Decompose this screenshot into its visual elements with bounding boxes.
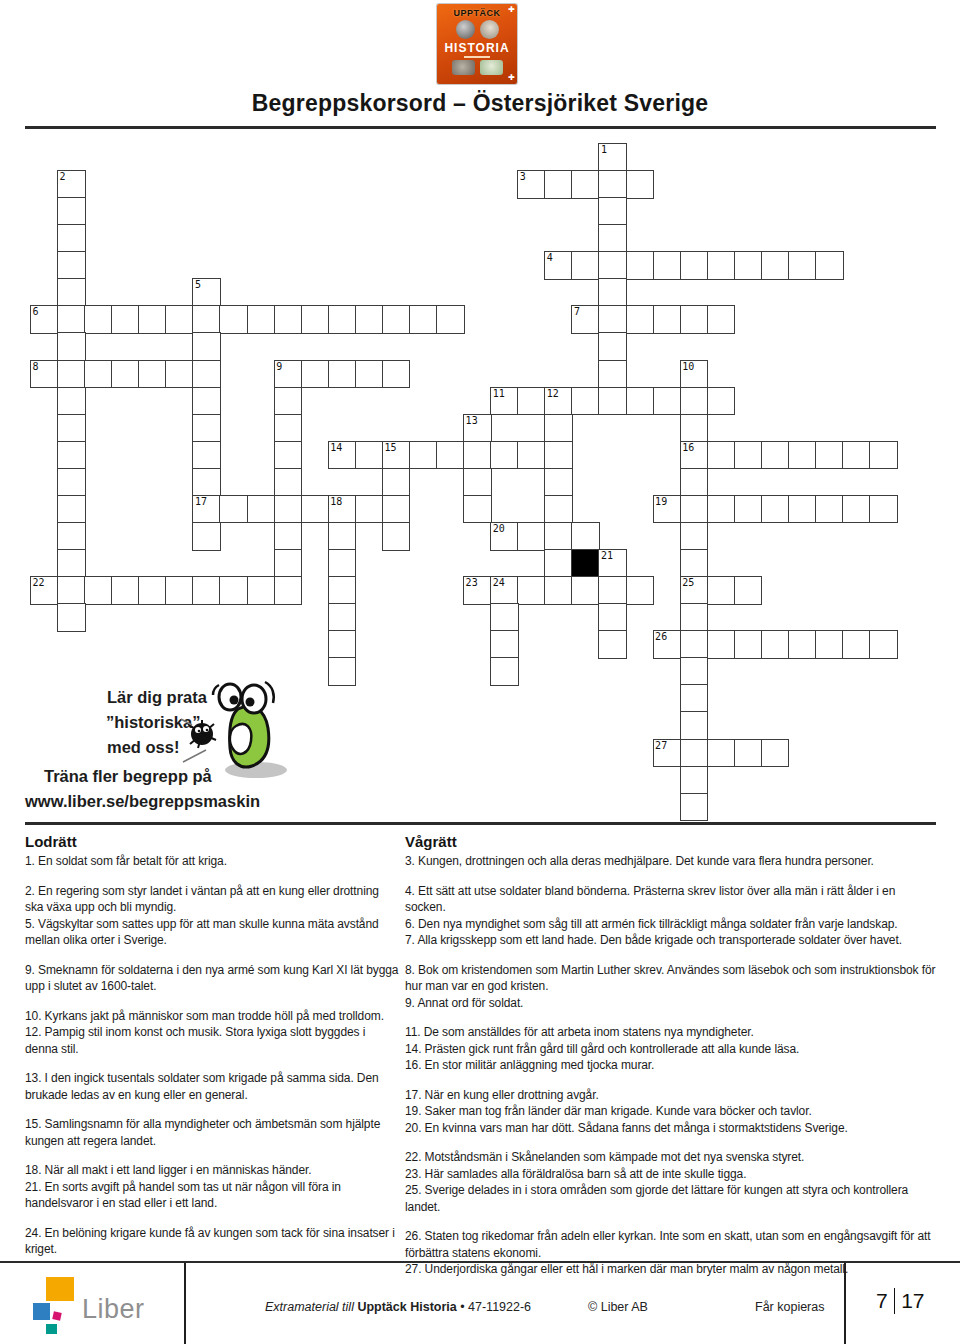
fuzzy-creature <box>188 720 216 748</box>
across-clue-19: 19. Saker man tog från länder där man kr… <box>405 1103 939 1120</box>
down-clue-18: 18. När all makt i ett land ligger i en … <box>25 1162 399 1179</box>
grid-cell[interactable] <box>626 251 655 280</box>
down-clues-header: Lodrätt <box>25 833 77 850</box>
grid-cell[interactable] <box>490 441 519 470</box>
across-clue-27: 27. Underjordiska gångar eller ett hål i… <box>405 1261 939 1278</box>
clue-number-13: 13 <box>466 416 478 426</box>
grid-cell[interactable] <box>192 305 221 334</box>
grid-cell[interactable] <box>869 630 898 659</box>
logo-subtitle-bar <box>464 56 490 58</box>
down-clue-group: 24. En belöning krigare kunde få av kung… <box>25 1225 399 1258</box>
mascot-eye <box>219 684 241 710</box>
grid-cell[interactable] <box>653 387 682 416</box>
grid-cell[interactable] <box>815 630 844 659</box>
clue-number-24: 24 <box>493 578 505 588</box>
grid-cell[interactable] <box>328 576 357 605</box>
clue-number-5: 5 <box>195 280 201 290</box>
down-clue-group: 15. Samlingsnamn för alla myndigheter oc… <box>25 1116 399 1149</box>
grid-cell[interactable] <box>247 495 276 524</box>
grid-cell[interactable] <box>274 522 303 551</box>
across-clue-20: 20. En kvinna vars man har dött. Sådana … <box>405 1120 939 1137</box>
grid-cell[interactable] <box>274 441 303 470</box>
grid-cell[interactable] <box>328 603 357 632</box>
blocked-cell <box>571 549 600 578</box>
grid-cell[interactable] <box>680 630 709 659</box>
logo-photo-icon <box>456 20 475 39</box>
grid-cell[interactable] <box>815 441 844 470</box>
across-clue-list: 3. Kungen, drottningen och alla deras me… <box>405 853 939 1291</box>
cross-mark-icon: ✚ <box>508 6 515 14</box>
grid-cell[interactable] <box>707 441 736 470</box>
clues-divider <box>25 822 936 825</box>
grid-cell[interactable] <box>788 495 817 524</box>
grid-cell[interactable] <box>192 576 221 605</box>
grid-cell[interactable] <box>869 495 898 524</box>
grid-cell[interactable] <box>84 576 113 605</box>
grid-cell[interactable] <box>111 360 140 389</box>
grid-cell[interactable] <box>274 576 303 605</box>
grid-cell[interactable] <box>598 387 627 416</box>
cross-mark-icon: ✚ <box>508 74 515 82</box>
down-clue-10: 10. Kyrkans jakt på människor som man tr… <box>25 1008 399 1025</box>
grid-cell[interactable] <box>707 387 736 416</box>
down-clue-13: 13. I den ingick tusentals soldater som … <box>25 1070 399 1103</box>
grid-cell[interactable] <box>544 495 573 524</box>
liber-logo-yellow-square <box>46 1277 74 1301</box>
grid-cell[interactable] <box>571 522 600 551</box>
grid-cell[interactable] <box>544 576 573 605</box>
grid-cell[interactable] <box>165 360 194 389</box>
across-clue-group: 4. Ett sätt att utse soldater bland bönd… <box>405 883 939 949</box>
grid-cell[interactable] <box>680 522 709 551</box>
grid-cell[interactable] <box>544 549 573 578</box>
grid-cell[interactable] <box>463 495 492 524</box>
grid-cell[interactable] <box>57 387 86 416</box>
grid-cell[interactable] <box>598 332 627 361</box>
footer-license: Får kopieras <box>755 1300 824 1314</box>
page-title: Begreppskorsord – Östersjöriket Sverige <box>0 90 960 117</box>
grid-cell[interactable] <box>571 576 600 605</box>
grid-cell[interactable] <box>869 441 898 470</box>
grid-cell[interactable] <box>111 305 140 334</box>
grid-cell[interactable] <box>626 387 655 416</box>
grid-cell[interactable] <box>57 278 86 307</box>
grid-cell[interactable] <box>680 251 709 280</box>
grid-cell[interactable] <box>57 603 86 632</box>
grid-cell[interactable] <box>626 576 655 605</box>
grid-cell[interactable] <box>544 468 573 497</box>
grid-cell[interactable] <box>138 576 167 605</box>
logo-photo-circles <box>437 20 517 39</box>
grid-cell[interactable] <box>707 495 736 524</box>
across-clue-3: 3. Kungen, drottningen och alla deras me… <box>405 853 939 870</box>
mascot-speech-line3: med oss! <box>107 738 179 757</box>
footer-divider <box>0 1261 960 1263</box>
grid-cell[interactable] <box>571 170 600 199</box>
grid-cell[interactable] <box>57 224 86 253</box>
book-cover-logo: UPPTÄCK HISTORIA ✚ ✚ <box>437 4 517 84</box>
across-clue-9: 9. Annat ord för soldat. <box>405 995 939 1012</box>
grid-cell[interactable] <box>355 305 384 334</box>
across-clue-7: 7. Alla krigsskepp som ett land hade. De… <box>405 932 939 949</box>
grid-cell[interactable] <box>274 387 303 416</box>
across-clue-17: 17. När en kung eller drottning avgår. <box>405 1087 939 1104</box>
grid-cell[interactable] <box>328 657 357 686</box>
grid-cell[interactable] <box>355 360 384 389</box>
grid-cell[interactable] <box>57 251 86 280</box>
across-clue-group: 11. De som anställdes för att arbeta ino… <box>405 1024 939 1074</box>
across-clue-14: 14. Prästen gick runt från gård till går… <box>405 1041 939 1058</box>
grid-cell[interactable] <box>57 414 86 443</box>
grid-cell[interactable] <box>219 495 248 524</box>
across-clue-11: 11. De som anställdes för att arbeta ino… <box>405 1024 939 1041</box>
clue-number-17: 17 <box>195 497 207 507</box>
down-clue-group: 1. En soldat som får betalt för att krig… <box>25 853 399 870</box>
grid-cell[interactable] <box>436 305 465 334</box>
grid-cell[interactable] <box>274 549 303 578</box>
grid-cell[interactable] <box>57 332 86 361</box>
footer-copyright: © Liber AB <box>588 1300 648 1314</box>
grid-cell[interactable] <box>57 576 86 605</box>
grid-cell[interactable] <box>680 603 709 632</box>
grid-cell[interactable] <box>57 305 86 334</box>
grid-cell[interactable] <box>192 387 221 416</box>
across-clue-8: 8. Bok om kristendomen som Martin Luther… <box>405 962 939 995</box>
down-clue-24: 24. En belöning krigare kunde få av kung… <box>25 1225 399 1258</box>
grid-cell[interactable] <box>274 495 303 524</box>
grid-cell[interactable] <box>328 630 357 659</box>
logo-photo-rects <box>437 60 517 75</box>
grid-cell[interactable] <box>707 739 736 768</box>
grid-cell[interactable] <box>355 441 384 470</box>
grid-cell[interactable] <box>598 197 627 226</box>
clue-number-25: 25 <box>682 578 694 588</box>
grid-cell[interactable] <box>517 441 546 470</box>
grid-cell[interactable] <box>598 603 627 632</box>
grid-cell[interactable] <box>680 739 709 768</box>
footer-isbn: • 47-11922-6 <box>457 1300 531 1314</box>
grid-cell[interactable] <box>815 251 844 280</box>
liber-logo-teal-square <box>46 1324 57 1334</box>
down-clue-group: 13. I den ingick tusentals soldater som … <box>25 1070 399 1103</box>
grid-cell[interactable] <box>192 468 221 497</box>
grid-cell[interactable] <box>301 360 330 389</box>
across-clue-group: 22. Motståndsmän i Skånelanden som kämpa… <box>405 1149 939 1215</box>
clue-number-2: 2 <box>60 172 66 182</box>
down-clue-9: 9. Smeknamn för soldaterna i den nya arm… <box>25 962 399 995</box>
logo-series-label: UPPTÄCK <box>437 4 517 18</box>
grid-cell[interactable] <box>761 495 790 524</box>
clue-number-4: 4 <box>547 253 553 263</box>
across-clue-group: 17. När en kung eller drottning avgår.19… <box>405 1087 939 1137</box>
grid-cell[interactable] <box>274 414 303 443</box>
down-clue-group: 18. När all makt i ett land ligger i en … <box>25 1162 399 1212</box>
grid-cell[interactable] <box>842 630 871 659</box>
logo-photo-icon <box>480 60 503 75</box>
liber-logo-blue-square <box>33 1303 50 1320</box>
grid-cell[interactable] <box>517 576 546 605</box>
grid-cell[interactable] <box>355 495 384 524</box>
across-clue-26: 26. Staten tog rikedomar från adeln elle… <box>405 1228 939 1261</box>
grid-cell[interactable] <box>680 684 709 713</box>
clue-number-12: 12 <box>547 389 559 399</box>
clue-number-14: 14 <box>330 443 342 453</box>
grid-cell[interactable] <box>436 441 465 470</box>
across-clues-header: Vågrätt <box>405 833 457 850</box>
grid-cell[interactable] <box>598 576 627 605</box>
page-current: 7 <box>876 1289 888 1313</box>
clue-number-15: 15 <box>384 443 396 453</box>
grid-cell[interactable] <box>734 739 763 768</box>
across-clue-group: 3. Kungen, drottningen och alla deras me… <box>405 853 939 870</box>
logo-title-label: HISTORIA <box>437 41 517 55</box>
grid-cell[interactable] <box>517 387 546 416</box>
clue-number-10: 10 <box>682 362 694 372</box>
page-number: 7 17 <box>876 1288 925 1314</box>
grid-cell[interactable] <box>788 251 817 280</box>
grid-cell[interactable] <box>247 576 276 605</box>
grid-cell[interactable] <box>490 603 519 632</box>
across-clue-22: 22. Motståndsmän i Skånelanden som kämpa… <box>405 1149 939 1166</box>
grid-cell[interactable] <box>165 305 194 334</box>
grid-cell[interactable] <box>111 576 140 605</box>
grid-cell[interactable] <box>247 305 276 334</box>
clue-number-18: 18 <box>330 497 342 507</box>
clue-number-19: 19 <box>655 497 667 507</box>
grid-cell[interactable] <box>598 630 627 659</box>
grid-cell[interactable] <box>274 305 303 334</box>
grid-cell[interactable] <box>598 360 627 389</box>
grid-cell[interactable] <box>57 468 86 497</box>
clue-number-26: 26 <box>655 632 667 642</box>
footer-book-title: Upptäck Historia <box>357 1300 456 1314</box>
grid-cell[interactable] <box>57 360 86 389</box>
grid-cell[interactable] <box>409 441 438 470</box>
clue-number-22: 22 <box>33 578 45 588</box>
across-clue-16: 16. En stor militär anläggning med tjock… <box>405 1057 939 1074</box>
grid-cell[interactable] <box>571 251 600 280</box>
clue-number-9: 9 <box>276 362 282 372</box>
grid-cell[interactable] <box>842 495 871 524</box>
down-clue-21: 21. En sorts avgift på handel som tas ut… <box>25 1179 399 1212</box>
liber-logo-pink-square <box>52 1311 61 1320</box>
clue-number-11: 11 <box>493 389 505 399</box>
grid-cell[interactable] <box>382 495 411 524</box>
grid-cell[interactable] <box>138 305 167 334</box>
grid-cell[interactable] <box>842 441 871 470</box>
grid-cell[interactable] <box>463 441 492 470</box>
page-total: 17 <box>901 1289 924 1313</box>
footer-separator <box>184 1263 186 1344</box>
grid-cell[interactable] <box>57 522 86 551</box>
grid-cell[interactable] <box>598 278 627 307</box>
grid-cell[interactable] <box>707 251 736 280</box>
grid-cell[interactable] <box>680 793 709 822</box>
grid-cell[interactable] <box>274 468 303 497</box>
grid-cell[interactable] <box>301 305 330 334</box>
across-clue-6: 6. Den nya myndighet som såg till att ar… <box>405 916 939 933</box>
grid-cell[interactable] <box>544 441 573 470</box>
grid-cell[interactable] <box>707 576 736 605</box>
grid-cell[interactable] <box>626 170 655 199</box>
across-clue-4: 4. Ett sätt att utse soldater bland bönd… <box>405 883 939 916</box>
grid-cell[interactable] <box>544 170 573 199</box>
grid-cell[interactable] <box>490 630 519 659</box>
across-clue-23: 23. Här samlades alla föräldralösa barn … <box>405 1166 939 1183</box>
down-clue-list: 1. En soldat som får betalt för att krig… <box>25 853 399 1271</box>
grid-cell[interactable] <box>626 305 655 334</box>
worksheet-page: UPPTÄCK HISTORIA ✚ ✚ Begreppskorsord – Ö… <box>0 0 960 1344</box>
clue-number-20: 20 <box>493 524 505 534</box>
clue-number-23: 23 <box>466 578 478 588</box>
grid-cell[interactable] <box>382 522 411 551</box>
page-number-bar <box>894 1288 896 1314</box>
grid-cell[interactable] <box>680 468 709 497</box>
grid-cell[interactable] <box>57 549 86 578</box>
grid-cell[interactable] <box>788 441 817 470</box>
grid-cell[interactable] <box>707 630 736 659</box>
grid-cell[interactable] <box>680 549 709 578</box>
grid-cell[interactable] <box>598 305 627 334</box>
grid-cell[interactable] <box>734 495 763 524</box>
grid-cell[interactable] <box>544 522 573 551</box>
down-clue-2: 2. En regering som styr landet i väntan … <box>25 883 399 916</box>
grid-cell[interactable] <box>84 305 113 334</box>
grid-cell[interactable] <box>301 495 330 524</box>
mascot-eye <box>242 685 266 713</box>
grid-cell[interactable] <box>734 251 763 280</box>
grid-cell[interactable] <box>761 739 790 768</box>
mascot-grin <box>230 724 251 754</box>
grid-cell[interactable] <box>598 224 627 253</box>
grid-cell[interactable] <box>571 387 600 416</box>
grid-cell[interactable] <box>382 360 411 389</box>
clue-number-6: 6 <box>33 307 39 317</box>
grid-cell[interactable] <box>138 360 167 389</box>
down-clue-group: 10. Kyrkans jakt på människor som man tr… <box>25 1008 399 1058</box>
clue-number-1: 1 <box>601 145 607 155</box>
logo-photo-icon <box>480 20 499 39</box>
grid-cell[interactable] <box>680 495 709 524</box>
liber-brand-name: Liber <box>82 1294 145 1325</box>
grid-cell[interactable] <box>57 441 86 470</box>
grid-cell[interactable] <box>84 360 113 389</box>
grid-cell[interactable] <box>680 387 709 416</box>
clue-number-16: 16 <box>682 443 694 453</box>
grid-cell[interactable] <box>57 495 86 524</box>
grid-cell[interactable] <box>707 305 736 334</box>
grid-cell[interactable] <box>680 305 709 334</box>
grid-cell[interactable] <box>192 441 221 470</box>
grid-cell[interactable] <box>680 414 709 443</box>
clue-number-3: 3 <box>520 172 526 182</box>
grid-cell[interactable] <box>328 522 357 551</box>
grid-cell[interactable] <box>544 414 573 443</box>
clue-number-7: 7 <box>574 307 580 317</box>
down-clue-group: 9. Smeknamn för soldaterna i den nya arm… <box>25 962 399 995</box>
mascot-illustration <box>180 676 300 786</box>
down-clue-12: 12. Pampig stil inom konst och musik. St… <box>25 1024 399 1057</box>
grid-cell[interactable] <box>734 630 763 659</box>
grid-cell[interactable] <box>382 305 411 334</box>
grid-cell[interactable] <box>734 576 763 605</box>
title-divider <box>25 126 936 129</box>
down-clue-15: 15. Samlingsnamn för alla myndigheter oc… <box>25 1116 399 1149</box>
grid-cell[interactable] <box>165 576 194 605</box>
grid-cell[interactable] <box>219 576 248 605</box>
grid-cell[interactable] <box>328 549 357 578</box>
across-clue-25: 25. Sverige delades in i stora områden s… <box>405 1182 939 1215</box>
down-clue-5: 5. Vägskyltar som sattes upp för att man… <box>25 916 399 949</box>
grid-cell[interactable] <box>328 360 357 389</box>
down-clue-group: 2. En regering som styr landet i väntan … <box>25 883 399 949</box>
across-clue-group: 8. Bok om kristendomen som Martin Luther… <box>405 962 939 1012</box>
down-clue-1: 1. En soldat som får betalt för att krig… <box>25 853 399 870</box>
grid-cell[interactable] <box>653 305 682 334</box>
grid-cell[interactable] <box>598 170 627 199</box>
grid-cell[interactable] <box>192 332 221 361</box>
clue-number-27: 27 <box>655 741 667 751</box>
clue-number-8: 8 <box>33 362 39 372</box>
grid-cell[interactable] <box>680 711 709 740</box>
grid-cell[interactable] <box>734 441 763 470</box>
grid-cell[interactable] <box>382 468 411 497</box>
grid-cell[interactable] <box>490 657 519 686</box>
grid-cell[interactable] <box>219 305 248 334</box>
grid-cell[interactable] <box>680 766 709 795</box>
footer-material-info: Extramaterial till Upptäck Historia • 47… <box>265 1300 531 1314</box>
grid-cell[interactable] <box>815 495 844 524</box>
grid-cell[interactable] <box>761 630 790 659</box>
footer-separator <box>844 1263 846 1344</box>
grid-cell[interactable] <box>57 197 86 226</box>
promo-url: www.liber.se/begreppsmaskin <box>25 792 260 811</box>
grid-cell[interactable] <box>463 468 492 497</box>
grid-cell[interactable] <box>409 305 438 334</box>
grid-cell[interactable] <box>192 414 221 443</box>
grid-cell[interactable] <box>761 441 790 470</box>
across-clue-group: 26. Staten tog rikedomar från adeln elle… <box>405 1228 939 1278</box>
footer-material-italic: Extramaterial till <box>265 1300 357 1314</box>
grid-cell[interactable] <box>788 630 817 659</box>
grid-cell[interactable] <box>680 657 709 686</box>
grid-cell[interactable] <box>653 251 682 280</box>
grid-cell[interactable] <box>598 251 627 280</box>
grid-cell[interactable] <box>192 360 221 389</box>
grid-cell[interactable] <box>192 522 221 551</box>
clue-number-21: 21 <box>601 551 613 561</box>
grid-cell[interactable] <box>517 522 546 551</box>
logo-photo-icon <box>452 60 475 75</box>
grid-cell[interactable] <box>761 251 790 280</box>
grid-cell[interactable] <box>328 305 357 334</box>
